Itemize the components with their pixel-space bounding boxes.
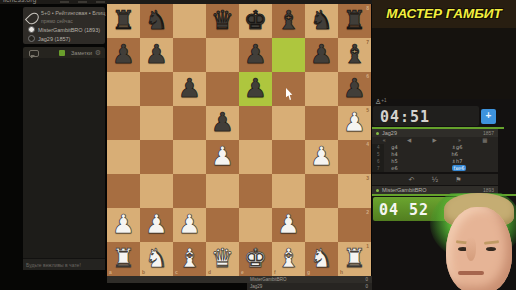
square-h4[interactable]: 4 [338,140,371,174]
black-rook-a8: ♜ [107,4,140,38]
player-top-name[interactable]: Jag29 [382,130,397,136]
black-pawn-g7: ♟ [305,38,338,72]
coord-file: e [241,269,244,275]
black-knight-g8: ♞ [305,4,338,38]
square-f7[interactable] [272,38,305,72]
coord-file: h [340,269,343,275]
coord-rank: 5 [366,107,369,113]
chat-input[interactable]: Будьте вежливы в чате! [23,258,105,270]
score-value: 0 [365,284,368,289]
streamer-mouth [458,271,484,275]
square-f4[interactable] [272,140,305,174]
score-name: MisterGambitBRO [250,277,287,282]
panel-gap [372,28,516,99]
webcam-overlay [424,193,516,290]
chat-tab-bar: Заметки ⚙ [23,47,105,58]
material-advantage: +1 [381,98,386,103]
black-queen-d8: ♛ [206,4,239,38]
square-a2[interactable]: ♟ [107,208,140,242]
square-g8[interactable]: ♞ [305,4,338,38]
screen: lichess.org 5+0 • Рейтинговая • Блиц пря… [0,0,516,290]
analysis-board-icon[interactable]: ▦ [482,137,487,144]
square-e2[interactable] [239,208,272,242]
square-h5[interactable]: ♟5 [338,106,371,140]
coord-file: b [142,269,145,275]
move-list: 4g4♗g65h4h66h5♗h77e6fxe6 [372,144,498,172]
black-pawn-b7: ♟ [140,38,173,72]
tab-notes[interactable]: Заметки [71,50,92,56]
square-b1[interactable]: ♞b [140,242,173,276]
square-f8[interactable]: ♝ [272,4,305,38]
square-g7[interactable]: ♟ [305,38,338,72]
square-d7[interactable] [206,38,239,72]
square-e3[interactable] [239,174,272,208]
square-e4[interactable] [239,140,272,174]
square-h8[interactable]: ♜8 [338,4,371,38]
black-king-e8: ♚ [239,4,272,38]
chat-toggle[interactable] [59,50,65,56]
meta-player-white[interactable]: MisterGambitBRO (1893) [28,26,100,34]
move-black[interactable]: ♗g6 [445,144,499,151]
next-move-icon[interactable]: ▶ [432,137,436,144]
move-black[interactable]: ♗h7 [445,158,499,165]
move-number: 4 [372,144,384,151]
coord-file: c [175,269,178,275]
coord-file: g [307,269,310,275]
square-c6[interactable]: ♟ [173,72,206,106]
meta-player-black[interactable]: Jag29 (1857) [28,35,70,43]
coord-rank: 6 [366,73,369,79]
white-pawn-c2: ♟ [173,208,206,242]
coord-rank: 1 [366,243,369,249]
eye [486,247,496,251]
move-row: 4g4♗g6 [372,144,498,151]
square-f1[interactable]: ♝f [272,242,305,276]
score-name: Jag29 [250,284,262,289]
square-a4[interactable] [107,140,140,174]
square-a7[interactable]: ♟ [107,38,140,72]
square-b7[interactable]: ♟ [140,38,173,72]
move-number: 7 [372,165,384,172]
nav-item-dash [60,1,69,3]
square-g5[interactable] [305,106,338,140]
online-dot-icon [376,132,379,135]
move-number: 6 [372,158,384,165]
square-a8[interactable]: ♜ [107,4,140,38]
game-meta-box: 5+0 • Рейтинговая • Блиц прямо сейчас Mi… [23,7,105,44]
square-g3[interactable] [305,174,338,208]
takeback-icon[interactable]: ↶ [409,176,415,184]
square-e5[interactable] [239,106,272,140]
player-top-rating: 1857 [483,130,494,136]
square-f3[interactable] [272,174,305,208]
move-row: 5h4h6 [372,151,498,158]
coord-file: d [208,269,211,275]
game-meta-line: 5+0 • Рейтинговая • Блиц [41,10,105,16]
player-bottom-name[interactable]: MisterGambitBRO [382,187,427,193]
square-b4[interactable] [140,140,173,174]
square-d4[interactable]: ♟ [206,140,239,174]
square-e8[interactable]: ♚ [239,4,272,38]
square-a3[interactable] [107,174,140,208]
square-d2[interactable] [206,208,239,242]
square-c2[interactable]: ♟ [173,208,206,242]
eyebrow [484,240,499,245]
player-row-top[interactable]: Jag29 1857 [372,129,498,137]
streamer-nose [466,237,476,261]
site-logo[interactable]: lichess.org [3,0,36,3]
coord-rank: 2 [366,209,369,215]
square-c3[interactable] [173,174,206,208]
nav-item-dash [78,1,87,3]
black-pawn-a7: ♟ [107,38,140,72]
coord-file: a [109,269,112,275]
stream-title: МАСТЕР ГАМБИТ [372,6,516,21]
white-pawn-f2: ♟ [272,208,305,242]
prev-move-icon[interactable]: ◀ [407,137,411,144]
move-white[interactable]: e6 [384,165,444,172]
square-a1[interactable]: ♜a [107,242,140,276]
square-d1[interactable]: ♛d [206,242,239,276]
square-c8[interactable] [173,4,206,38]
move-black[interactable]: fxe6 [445,165,499,172]
coord-rank: 7 [366,39,369,45]
square-d3[interactable] [206,174,239,208]
square-e7[interactable]: ♟ [239,38,272,72]
coord-rank: 4 [366,141,369,147]
clock-top: 04:51 [373,106,479,126]
chess-board[interactable]: ♜♞♛♚♝♞♜8♟♟♟♟♝7♟♟♟6♟♟5♟♟43♟♟♟♟2♜a♞b♝c♛d♚e… [107,4,371,276]
resign-flag-icon[interactable]: ⚑ [455,176,461,184]
move-row: 6h5♗h7 [372,158,498,165]
square-c1[interactable]: ♝c [173,242,206,276]
square-b3[interactable] [140,174,173,208]
black-bishop-f8: ♝ [272,4,305,38]
square-h1[interactable]: ♜h1 [338,242,371,276]
square-b6[interactable] [140,72,173,106]
move-row: 7e6fxe6 [372,165,498,172]
square-g1[interactable]: ♞g [305,242,338,276]
blitz-icon [25,10,41,26]
square-c4[interactable] [173,140,206,174]
move-nav-bar: «◀▶»▦ [372,137,498,144]
coord-rank: 8 [366,5,369,11]
square-f2[interactable]: ♟ [272,208,305,242]
square-c7[interactable] [173,38,206,72]
game-meta-time: прямо сейчас [41,18,73,24]
coord-rank: 3 [366,175,369,181]
move-black[interactable]: h6 [445,151,499,158]
square-a5[interactable] [107,106,140,140]
chat-settings-icon[interactable]: ⚙ [95,49,101,57]
black-disc-icon [28,35,35,42]
square-h7[interactable]: ♝7 [338,38,371,72]
black-pawn-e7: ♟ [239,38,272,72]
square-b8[interactable]: ♞ [140,4,173,38]
black-pawn-c6: ♟ [173,72,206,106]
black-pawn-e6: ♟ [239,72,272,106]
chat-messages [23,58,105,258]
captured-pieces: ♙+1 [375,98,386,106]
square-f5[interactable] [272,106,305,140]
square-g6[interactable] [305,72,338,106]
white-pawn-b2: ♟ [140,208,173,242]
square-d8[interactable]: ♛ [206,4,239,38]
stream-title-bar: МАСТЕР ГАМБИТ [372,0,516,28]
square-g2[interactable] [305,208,338,242]
score-value: 0 [365,277,368,282]
online-dot-icon [376,189,379,192]
square-h2[interactable]: 2 [338,208,371,242]
first-move-icon[interactable]: « [383,137,386,144]
move-white[interactable]: g4 [384,144,444,151]
black-knight-b8: ♞ [140,4,173,38]
square-a6[interactable] [107,72,140,106]
square-h3[interactable]: 3 [338,174,371,208]
last-move-icon[interactable]: » [458,137,461,144]
chat-icon[interactable] [29,50,39,57]
give-time-button[interactable]: + [481,109,496,124]
white-pawn-a2: ♟ [107,208,140,242]
white-bishop-f1: ♝ [272,242,305,276]
square-b5[interactable] [140,106,173,140]
square-e6[interactable]: ♟ [239,72,272,106]
white-pawn-g4: ♟ [305,140,338,174]
offer-draw-icon[interactable]: ½ [431,176,438,184]
streamer-face [446,207,512,290]
square-e1[interactable]: ♚e [239,242,272,276]
square-d6[interactable] [206,72,239,106]
white-pawn-d4: ♟ [206,140,239,174]
square-b2[interactable]: ♟ [140,208,173,242]
move-white[interactable]: h4 [384,151,444,158]
game-action-bar: ↶½⚑ [372,174,498,185]
move-number: 5 [372,151,384,158]
nav-item-dash [96,1,105,3]
square-h6[interactable]: ♟6 [338,72,371,106]
score-row-2: Jag29 0 [247,283,372,290]
score-row-1: MisterGambitBRO 0 [107,276,372,283]
square-d5[interactable]: ♟ [206,106,239,140]
square-c5[interactable] [173,106,206,140]
coord-file: f [274,269,276,275]
black-pawn-d5: ♟ [206,106,239,140]
square-f6[interactable] [272,72,305,106]
chat-input-placeholder: Будьте вежливы в чате! [26,262,81,268]
white-disc-icon [28,26,35,33]
move-white[interactable]: h5 [384,158,444,165]
square-g4[interactable]: ♟ [305,140,338,174]
